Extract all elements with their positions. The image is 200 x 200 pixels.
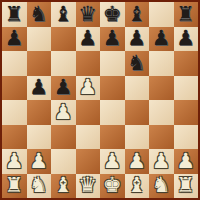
square-a6[interactable] xyxy=(2,51,27,76)
square-b8[interactable]: ♞ xyxy=(27,2,52,27)
square-f3[interactable] xyxy=(125,125,150,150)
square-a1[interactable]: ♜ xyxy=(2,174,27,199)
black-pawn[interactable]: ♟ xyxy=(54,77,73,98)
square-h3[interactable] xyxy=(174,125,199,150)
square-a5[interactable] xyxy=(2,76,27,101)
white-pawn[interactable]: ♟ xyxy=(54,102,73,123)
black-pawn[interactable]: ♟ xyxy=(176,28,195,49)
square-a3[interactable] xyxy=(2,125,27,150)
square-g4[interactable] xyxy=(149,100,174,125)
black-pawn[interactable]: ♟ xyxy=(29,77,48,98)
black-bishop[interactable]: ♝ xyxy=(127,4,146,25)
square-d1[interactable]: ♛ xyxy=(76,174,101,199)
black-rook[interactable]: ♜ xyxy=(176,4,195,25)
square-g3[interactable] xyxy=(149,125,174,150)
black-pawn[interactable]: ♟ xyxy=(152,28,171,49)
square-d4[interactable] xyxy=(76,100,101,125)
square-f2[interactable]: ♟ xyxy=(125,149,150,174)
square-h5[interactable] xyxy=(174,76,199,101)
black-king[interactable]: ♚ xyxy=(103,4,122,25)
square-g8[interactable] xyxy=(149,2,174,27)
white-pawn[interactable]: ♟ xyxy=(29,151,48,172)
square-e1[interactable]: ♚ xyxy=(100,174,125,199)
white-pawn[interactable]: ♟ xyxy=(78,77,97,98)
square-b3[interactable] xyxy=(27,125,52,150)
square-c1[interactable]: ♝ xyxy=(51,174,76,199)
white-rook[interactable]: ♜ xyxy=(5,175,24,196)
black-bishop[interactable]: ♝ xyxy=(54,4,73,25)
black-pawn[interactable]: ♟ xyxy=(103,28,122,49)
black-knight[interactable]: ♞ xyxy=(127,53,146,74)
square-h4[interactable] xyxy=(174,100,199,125)
square-b2[interactable]: ♟ xyxy=(27,149,52,174)
square-a8[interactable]: ♜ xyxy=(2,2,27,27)
white-knight[interactable]: ♞ xyxy=(152,175,171,196)
square-f4[interactable] xyxy=(125,100,150,125)
white-pawn[interactable]: ♟ xyxy=(127,151,146,172)
square-f5[interactable] xyxy=(125,76,150,101)
square-b1[interactable]: ♞ xyxy=(27,174,52,199)
square-b4[interactable] xyxy=(27,100,52,125)
square-h6[interactable] xyxy=(174,51,199,76)
square-g1[interactable]: ♞ xyxy=(149,174,174,199)
square-h2[interactable]: ♟ xyxy=(174,149,199,174)
white-queen[interactable]: ♛ xyxy=(78,175,97,196)
square-a7[interactable]: ♟ xyxy=(2,27,27,52)
square-c4[interactable]: ♟ xyxy=(51,100,76,125)
square-c7[interactable] xyxy=(51,27,76,52)
white-pawn[interactable]: ♟ xyxy=(152,151,171,172)
square-e5[interactable] xyxy=(100,76,125,101)
square-d3[interactable] xyxy=(76,125,101,150)
black-pawn[interactable]: ♟ xyxy=(5,28,24,49)
square-h7[interactable]: ♟ xyxy=(174,27,199,52)
square-d2[interactable] xyxy=(76,149,101,174)
square-d5[interactable]: ♟ xyxy=(76,76,101,101)
white-knight[interactable]: ♞ xyxy=(29,175,48,196)
square-d7[interactable]: ♟ xyxy=(76,27,101,52)
square-d6[interactable] xyxy=(76,51,101,76)
square-c2[interactable] xyxy=(51,149,76,174)
square-e4[interactable] xyxy=(100,100,125,125)
square-c6[interactable] xyxy=(51,51,76,76)
square-e6[interactable] xyxy=(100,51,125,76)
black-rook[interactable]: ♜ xyxy=(5,4,24,25)
square-e2[interactable]: ♟ xyxy=(100,149,125,174)
square-h8[interactable]: ♜ xyxy=(174,2,199,27)
square-h1[interactable]: ♜ xyxy=(174,174,199,199)
white-rook[interactable]: ♜ xyxy=(176,175,195,196)
square-a2[interactable]: ♟ xyxy=(2,149,27,174)
square-g2[interactable]: ♟ xyxy=(149,149,174,174)
square-b5[interactable]: ♟ xyxy=(27,76,52,101)
square-e7[interactable]: ♟ xyxy=(100,27,125,52)
square-a4[interactable] xyxy=(2,100,27,125)
white-bishop[interactable]: ♝ xyxy=(54,175,73,196)
white-pawn[interactable]: ♟ xyxy=(5,151,24,172)
square-f8[interactable]: ♝ xyxy=(125,2,150,27)
square-d8[interactable]: ♛ xyxy=(76,2,101,27)
square-g6[interactable] xyxy=(149,51,174,76)
white-bishop[interactable]: ♝ xyxy=(127,175,146,196)
square-b7[interactable] xyxy=(27,27,52,52)
white-pawn[interactable]: ♟ xyxy=(103,151,122,172)
square-c8[interactable]: ♝ xyxy=(51,2,76,27)
square-g5[interactable] xyxy=(149,76,174,101)
square-b6[interactable] xyxy=(27,51,52,76)
black-knight[interactable]: ♞ xyxy=(29,4,48,25)
square-f6[interactable]: ♞ xyxy=(125,51,150,76)
square-c5[interactable]: ♟ xyxy=(51,76,76,101)
black-pawn[interactable]: ♟ xyxy=(78,28,97,49)
black-pawn[interactable]: ♟ xyxy=(127,28,146,49)
chess-board: ♜♞♝♛♚♝♜♟♟♟♟♟♟♞♟♟♟♟♟♟♟♟♟♟♜♞♝♛♚♝♞♜ xyxy=(2,2,198,198)
chess-board-frame: ♜♞♝♛♚♝♜♟♟♟♟♟♟♞♟♟♟♟♟♟♟♟♟♟♜♞♝♛♚♝♞♜ xyxy=(0,0,200,200)
white-pawn[interactable]: ♟ xyxy=(176,151,195,172)
white-king[interactable]: ♚ xyxy=(103,175,122,196)
square-e3[interactable] xyxy=(100,125,125,150)
square-f1[interactable]: ♝ xyxy=(125,174,150,199)
square-f7[interactable]: ♟ xyxy=(125,27,150,52)
square-e8[interactable]: ♚ xyxy=(100,2,125,27)
black-queen[interactable]: ♛ xyxy=(78,4,97,25)
square-g7[interactable]: ♟ xyxy=(149,27,174,52)
square-c3[interactable] xyxy=(51,125,76,150)
